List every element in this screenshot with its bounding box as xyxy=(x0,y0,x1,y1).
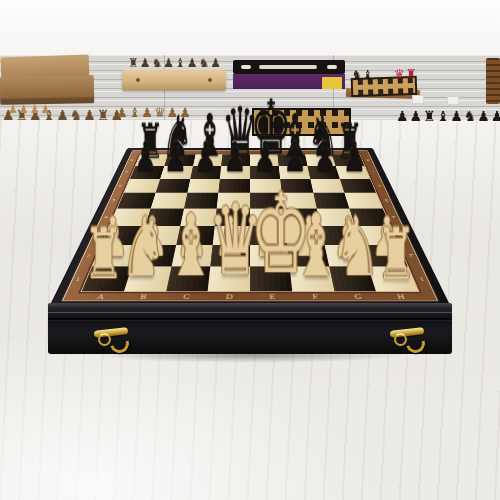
square-c6 xyxy=(187,179,220,193)
square-h3 xyxy=(355,226,398,245)
file-label-d: D xyxy=(208,292,251,301)
square-g4 xyxy=(316,208,355,225)
file-label-a: A xyxy=(77,292,123,301)
square-b3 xyxy=(139,226,180,245)
board-sheen xyxy=(62,150,439,301)
piece-white-pawn: ♟ xyxy=(132,210,171,264)
piece-black-pawn: ♟ xyxy=(250,136,280,178)
piece-white-pawn: ♟ xyxy=(250,210,289,264)
square-b2: ♟ xyxy=(132,245,176,267)
square-f7: ♟ xyxy=(279,166,310,179)
square-d2: ♟ xyxy=(211,245,250,267)
piece-black-bishop: ♝ xyxy=(193,107,222,165)
piece-black-king: ♚ xyxy=(250,90,279,165)
gold-clasp-left xyxy=(92,326,132,354)
square-c8: ♝ xyxy=(193,154,223,166)
board-squares: ♜♞♝♛♚♝♞♜♟♟♟♟♟♟♟♟♟♟♟♟♟♟♟♟♜♞♝♛♚♝♞♜ xyxy=(80,154,419,292)
rank-label-left-4: 4 xyxy=(96,208,116,225)
square-c3 xyxy=(176,226,215,245)
square-f6 xyxy=(280,179,313,193)
square-d8: ♛ xyxy=(221,154,250,166)
piece-white-pawn: ♟ xyxy=(172,210,211,264)
piece-black-pawn: ♟ xyxy=(190,136,220,178)
molding-line xyxy=(48,318,452,321)
board-perspective: ♜♞♝♛♚♝♞♜♟♟♟♟♟♟♟♟♟♟♟♟♟♟♟♟♜♞♝♛♚♝♞♜ AABBCCD… xyxy=(0,0,500,500)
file-label-top-h: H xyxy=(332,150,361,154)
square-g2: ♟ xyxy=(324,245,368,267)
piece-white-knight: ♞ xyxy=(334,206,376,289)
square-g5 xyxy=(313,193,350,209)
piece-white-rook: ♜ xyxy=(83,219,125,289)
piece-white-rook: ♜ xyxy=(375,219,417,289)
square-h4 xyxy=(350,208,391,225)
file-label-f: F xyxy=(293,292,337,301)
file-label-top-a: A xyxy=(141,150,170,154)
square-d5 xyxy=(217,193,250,209)
square-g6 xyxy=(310,179,345,193)
rank-label-left-1: 1 xyxy=(65,267,90,292)
square-b7: ♟ xyxy=(160,166,193,179)
piece-black-knight: ♞ xyxy=(164,109,193,165)
square-e3 xyxy=(250,226,287,245)
square-e8: ♚ xyxy=(250,154,279,166)
piece-black-pawn: ♟ xyxy=(280,136,310,178)
square-h8: ♜ xyxy=(332,154,364,166)
rank-label-left-7: 7 xyxy=(118,166,134,179)
file-label-top-b: B xyxy=(168,150,196,154)
rank-label-right-3: 3 xyxy=(392,226,413,245)
file-label-b: B xyxy=(121,292,166,301)
file-label-c: C xyxy=(164,292,208,301)
piece-white-pawn: ♟ xyxy=(93,210,132,264)
square-b8: ♞ xyxy=(164,154,195,166)
square-c1: ♝ xyxy=(166,267,211,292)
square-e1: ♚ xyxy=(250,267,292,292)
square-e5 xyxy=(250,193,283,209)
chess-board: ♜♞♝♛♚♝♞♜♟♟♟♟♟♟♟♟♟♟♟♟♟♟♟♟♜♞♝♛♚♝♞♜ AABBCCD… xyxy=(50,148,450,307)
piece-black-pawn: ♟ xyxy=(160,136,190,178)
piece-white-knight: ♞ xyxy=(125,206,167,289)
square-h6 xyxy=(340,179,376,193)
rank-label-right-5: 5 xyxy=(377,193,395,209)
square-f2: ♟ xyxy=(287,245,329,267)
square-c2: ♟ xyxy=(171,245,213,267)
rank-label-right-6: 6 xyxy=(371,179,388,193)
rank-label-left-8: 8 xyxy=(124,154,139,166)
piece-black-pawn: ♟ xyxy=(310,136,340,178)
piece-white-bishop: ♝ xyxy=(166,203,208,289)
scene: ♜♟♞♟♝♟♞♟ ♟♜♟♝♟♞♟♜♟ ♟♟♟♟ ♟♝♟♛♟♟ ♞♝ ♛♜ ♟♟♜… xyxy=(0,0,500,500)
square-e4 xyxy=(250,208,285,225)
piece-white-pawn: ♟ xyxy=(289,210,328,264)
square-e6 xyxy=(250,179,282,193)
square-g3 xyxy=(320,226,361,245)
square-b5 xyxy=(150,193,187,209)
rank-label-left-6: 6 xyxy=(112,179,129,193)
square-h2: ♟ xyxy=(361,245,407,267)
square-c7: ♟ xyxy=(190,166,221,179)
file-label-top-g: G xyxy=(305,150,333,154)
piece-black-rook: ♜ xyxy=(336,117,365,165)
rank-label-right-8: 8 xyxy=(361,154,376,166)
piece-white-king: ♚ xyxy=(250,179,292,289)
file-label-top-d: D xyxy=(223,150,251,154)
square-a3 xyxy=(102,226,145,245)
rank-label-left-2: 2 xyxy=(77,245,100,267)
square-d3 xyxy=(213,226,250,245)
piece-black-pawn: ♟ xyxy=(220,136,250,178)
rank-label-right-4: 4 xyxy=(384,208,404,225)
square-e2: ♟ xyxy=(250,245,289,267)
square-g8: ♞ xyxy=(305,154,336,166)
square-f3 xyxy=(285,226,324,245)
square-f1: ♝ xyxy=(289,267,334,292)
piece-black-bishop: ♝ xyxy=(279,107,308,165)
rank-label-right-2: 2 xyxy=(400,245,423,267)
square-h5 xyxy=(345,193,383,209)
square-a4 xyxy=(110,208,151,225)
file-label-h: H xyxy=(378,292,424,301)
piece-black-rook: ♜ xyxy=(136,117,165,165)
square-g1: ♞ xyxy=(329,267,376,292)
file-label-g: G xyxy=(336,292,381,301)
rank-label-right-7: 7 xyxy=(366,166,382,179)
square-f8: ♝ xyxy=(277,154,307,166)
square-e7: ♟ xyxy=(250,166,280,179)
piece-white-pawn: ♟ xyxy=(368,210,407,264)
square-b1: ♞ xyxy=(124,267,171,292)
square-a1: ♜ xyxy=(82,267,132,292)
molding-line xyxy=(48,312,452,313)
file-label-top-e: E xyxy=(251,150,279,154)
square-f4 xyxy=(283,208,320,225)
square-f5 xyxy=(282,193,317,209)
square-h7: ♟ xyxy=(336,166,370,179)
rank-label-left-5: 5 xyxy=(104,193,122,209)
square-d6 xyxy=(218,179,250,193)
square-a8: ♜ xyxy=(135,154,167,166)
piece-black-pawn: ♟ xyxy=(340,136,370,178)
square-a7: ♟ xyxy=(130,166,164,179)
square-d4 xyxy=(215,208,250,225)
rank-label-right-1: 1 xyxy=(410,267,435,292)
rank-label-left-3: 3 xyxy=(87,226,108,245)
square-c4 xyxy=(180,208,217,225)
file-label-top-c: C xyxy=(196,150,224,154)
file-label-top-f: F xyxy=(278,150,306,154)
piece-black-pawn: ♟ xyxy=(131,136,161,178)
piece-white-bishop: ♝ xyxy=(292,203,334,289)
square-b6 xyxy=(155,179,190,193)
piece-black-queen: ♛ xyxy=(221,98,250,165)
square-a6 xyxy=(124,179,160,193)
piece-white-queen: ♛ xyxy=(208,191,250,289)
square-h1: ♜ xyxy=(368,267,418,292)
coordinate-band xyxy=(62,150,439,301)
square-b4 xyxy=(145,208,184,225)
square-d1: ♛ xyxy=(208,267,250,292)
square-a2: ♟ xyxy=(92,245,138,267)
board-box-front xyxy=(48,303,452,354)
square-a5 xyxy=(117,193,155,209)
piece-white-pawn: ♟ xyxy=(211,210,250,264)
square-c5 xyxy=(184,193,219,209)
piece-white-pawn: ♟ xyxy=(328,210,367,264)
file-label-e: E xyxy=(251,292,294,301)
square-g7: ♟ xyxy=(307,166,340,179)
piece-black-knight: ♞ xyxy=(307,109,336,165)
gold-clasp-right xyxy=(388,326,428,354)
square-d7: ♟ xyxy=(220,166,250,179)
